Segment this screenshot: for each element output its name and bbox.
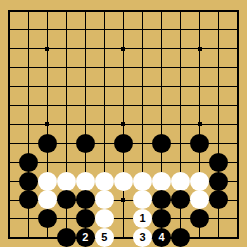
intersection-1-10 <box>19 190 38 209</box>
intersection-5-11 <box>95 209 114 228</box>
intersection-3-0[interactable] <box>57 2 76 21</box>
intersection-0-5[interactable] <box>0 96 19 115</box>
intersection-8-12: 4 <box>152 228 171 247</box>
intersection-5-1[interactable] <box>95 20 114 39</box>
stones-layer: 12534 <box>0 2 247 247</box>
black-stone <box>209 153 228 172</box>
black-stone <box>19 190 38 209</box>
intersection-1-3[interactable] <box>19 58 38 77</box>
intersection-4-3[interactable] <box>76 58 95 77</box>
intersection-10-7 <box>190 134 209 153</box>
intersection-4-12: 2 <box>76 228 95 247</box>
intersection-2-3[interactable] <box>38 58 57 77</box>
black-stone <box>76 209 95 228</box>
white-stone <box>38 172 57 191</box>
white-stone <box>152 172 171 191</box>
intersection-7-10 <box>133 190 152 209</box>
intersection-3-4[interactable] <box>57 77 76 96</box>
intersection-0-12[interactable] <box>0 228 19 247</box>
intersection-4-4[interactable] <box>76 77 95 96</box>
intersection-10-11 <box>190 209 209 228</box>
intersection-1-5[interactable] <box>19 96 38 115</box>
intersection-1-12[interactable] <box>19 228 38 247</box>
intersection-0-10[interactable] <box>0 190 19 209</box>
intersection-12-2[interactable] <box>228 39 247 58</box>
intersection-11-0[interactable] <box>209 2 228 21</box>
intersection-8-11 <box>152 209 171 228</box>
intersection-0-4[interactable] <box>0 77 19 96</box>
intersection-5-10 <box>95 190 114 209</box>
intersection-11-10 <box>209 190 228 209</box>
intersection-9-7[interactable] <box>171 134 190 153</box>
black-stone <box>57 228 76 247</box>
intersection-8-4[interactable] <box>152 77 171 96</box>
white-stone <box>114 172 133 191</box>
intersection-8-6[interactable] <box>152 115 171 134</box>
intersection-3-1[interactable] <box>57 20 76 39</box>
intersection-4-5[interactable] <box>76 96 95 115</box>
intersection-11-8 <box>209 153 228 172</box>
intersection-12-3[interactable] <box>228 58 247 77</box>
intersection-1-6[interactable] <box>19 115 38 134</box>
intersection-3-11[interactable] <box>57 209 76 228</box>
intersection-4-11 <box>76 209 95 228</box>
intersection-2-12[interactable] <box>38 228 57 247</box>
intersection-8-3[interactable] <box>152 58 171 77</box>
intersection-7-7[interactable] <box>133 134 152 153</box>
intersection-7-4[interactable] <box>133 77 152 96</box>
intersection-9-4[interactable] <box>171 77 190 96</box>
intersection-3-12 <box>57 228 76 247</box>
intersection-4-2[interactable] <box>76 39 95 58</box>
intersection-8-0[interactable] <box>152 2 171 21</box>
intersection-7-9 <box>133 172 152 191</box>
intersection-1-0[interactable] <box>19 2 38 21</box>
intersection-9-1[interactable] <box>171 20 190 39</box>
intersection-12-4[interactable] <box>228 77 247 96</box>
intersection-12-1[interactable] <box>228 20 247 39</box>
black-stone <box>152 134 171 153</box>
intersection-0-7[interactable] <box>0 134 19 153</box>
intersection-2-10 <box>38 190 57 209</box>
intersection-11-12[interactable] <box>209 228 228 247</box>
intersection-8-10 <box>152 190 171 209</box>
intersection-9-12 <box>171 228 190 247</box>
intersection-7-6[interactable] <box>133 115 152 134</box>
intersection-10-10 <box>190 190 209 209</box>
intersection-2-1[interactable] <box>38 20 57 39</box>
intersection-5-3[interactable] <box>95 58 114 77</box>
intersection-1-7[interactable] <box>19 134 38 153</box>
intersection-3-10 <box>57 190 76 209</box>
intersection-6-3[interactable] <box>114 58 133 77</box>
black-stone <box>76 190 95 209</box>
intersection-4-0[interactable] <box>76 2 95 21</box>
white-stone <box>57 172 76 191</box>
intersection-7-8[interactable] <box>133 153 152 172</box>
intersection-2-8[interactable] <box>38 153 57 172</box>
intersection-6-1[interactable] <box>114 20 133 39</box>
intersection-10-8[interactable] <box>190 153 209 172</box>
intersection-9-6[interactable] <box>171 115 190 134</box>
intersection-10-5[interactable] <box>190 96 209 115</box>
intersection-9-3[interactable] <box>171 58 190 77</box>
intersection-11-2[interactable] <box>209 39 228 58</box>
black-stone <box>209 190 228 209</box>
intersection-4-10 <box>76 190 95 209</box>
black-stone <box>76 134 95 153</box>
intersection-6-2[interactable] <box>114 39 133 58</box>
intersection-11-7[interactable] <box>209 134 228 153</box>
intersection-6-12[interactable] <box>114 228 133 247</box>
intersection-10-9 <box>190 172 209 191</box>
black-stone-move-4: 4 <box>152 228 171 247</box>
black-stone <box>190 134 209 153</box>
intersection-3-8[interactable] <box>57 153 76 172</box>
intersection-10-0[interactable] <box>190 2 209 21</box>
intersection-2-0[interactable] <box>38 2 57 21</box>
intersection-4-8[interactable] <box>76 153 95 172</box>
intersection-7-2[interactable] <box>133 39 152 58</box>
black-stone <box>152 190 171 209</box>
intersection-10-6[interactable] <box>190 115 209 134</box>
intersection-3-7[interactable] <box>57 134 76 153</box>
intersection-11-1[interactable] <box>209 20 228 39</box>
white-stone <box>38 190 57 209</box>
white-stone <box>171 172 190 191</box>
intersection-8-9 <box>152 172 171 191</box>
intersection-11-6[interactable] <box>209 115 228 134</box>
intersection-1-8 <box>19 153 38 172</box>
intersection-4-6[interactable] <box>76 115 95 134</box>
intersection-2-7 <box>38 134 57 153</box>
intersection-9-9 <box>171 172 190 191</box>
intersection-3-6[interactable] <box>57 115 76 134</box>
intersection-11-4[interactable] <box>209 77 228 96</box>
intersection-6-6[interactable] <box>114 115 133 134</box>
intersection-5-7[interactable] <box>95 134 114 153</box>
intersection-6-9 <box>114 172 133 191</box>
intersection-3-3[interactable] <box>57 58 76 77</box>
white-stone <box>190 190 209 209</box>
black-stone <box>38 209 57 228</box>
white-stone <box>95 209 114 228</box>
intersection-9-5[interactable] <box>171 96 190 115</box>
intersection-12-8[interactable] <box>228 153 247 172</box>
intersection-6-7 <box>114 134 133 153</box>
intersection-9-10 <box>171 190 190 209</box>
intersection-0-3[interactable] <box>0 58 19 77</box>
intersection-7-12: 3 <box>133 228 152 247</box>
intersection-9-0[interactable] <box>171 2 190 21</box>
intersection-0-0[interactable] <box>0 2 19 21</box>
intersection-8-2[interactable] <box>152 39 171 58</box>
black-stone <box>38 134 57 153</box>
intersection-5-6[interactable] <box>95 115 114 134</box>
intersection-10-12[interactable] <box>190 228 209 247</box>
intersection-7-0[interactable] <box>133 2 152 21</box>
intersection-4-9 <box>76 172 95 191</box>
intersection-2-9 <box>38 172 57 191</box>
intersection-1-11[interactable] <box>19 209 38 228</box>
intersection-12-11[interactable] <box>228 209 247 228</box>
black-stone <box>19 153 38 172</box>
intersection-7-5[interactable] <box>133 96 152 115</box>
intersection-9-11[interactable] <box>171 209 190 228</box>
intersection-7-3[interactable] <box>133 58 152 77</box>
intersection-0-6[interactable] <box>0 115 19 134</box>
intersection-5-9 <box>95 172 114 191</box>
black-stone <box>57 190 76 209</box>
intersection-6-8[interactable] <box>114 153 133 172</box>
intersection-11-11[interactable] <box>209 209 228 228</box>
intersection-12-5[interactable] <box>228 96 247 115</box>
intersection-9-8[interactable] <box>171 153 190 172</box>
intersection-10-3[interactable] <box>190 58 209 77</box>
intersection-5-2[interactable] <box>95 39 114 58</box>
intersection-12-9[interactable] <box>228 172 247 191</box>
intersection-10-1[interactable] <box>190 20 209 39</box>
intersection-0-11[interactable] <box>0 209 19 228</box>
intersection-2-5[interactable] <box>38 96 57 115</box>
intersection-12-12[interactable] <box>228 228 247 247</box>
intersection-3-2[interactable] <box>57 39 76 58</box>
intersection-12-10[interactable] <box>228 190 247 209</box>
intersection-5-4[interactable] <box>95 77 114 96</box>
white-stone <box>133 190 152 209</box>
intersection-5-0[interactable] <box>95 2 114 21</box>
black-stone <box>152 209 171 228</box>
intersection-1-4[interactable] <box>19 77 38 96</box>
intersection-5-12: 5 <box>95 228 114 247</box>
intersection-12-0[interactable] <box>228 2 247 21</box>
intersection-6-11[interactable] <box>114 209 133 228</box>
white-stone-move-1: 1 <box>133 209 152 228</box>
intersection-11-9 <box>209 172 228 191</box>
black-stone <box>114 134 133 153</box>
intersection-10-2[interactable] <box>190 39 209 58</box>
intersection-12-6[interactable] <box>228 115 247 134</box>
white-stone <box>95 172 114 191</box>
intersection-2-6[interactable] <box>38 115 57 134</box>
intersection-6-4[interactable] <box>114 77 133 96</box>
intersection-12-7[interactable] <box>228 134 247 153</box>
intersection-8-5[interactable] <box>152 96 171 115</box>
intersection-0-8[interactable] <box>0 153 19 172</box>
intersection-5-8[interactable] <box>95 153 114 172</box>
black-stone <box>171 190 190 209</box>
black-stone-move-2: 2 <box>76 228 95 247</box>
intersection-1-9 <box>19 172 38 191</box>
intersection-5-5[interactable] <box>95 96 114 115</box>
intersection-6-5[interactable] <box>114 96 133 115</box>
black-stone <box>171 228 190 247</box>
intersection-11-3[interactable] <box>209 58 228 77</box>
white-stone <box>95 190 114 209</box>
intersection-4-1[interactable] <box>76 20 95 39</box>
white-stone-move-5: 5 <box>95 228 114 247</box>
intersection-11-5[interactable] <box>209 96 228 115</box>
intersection-6-0[interactable] <box>114 2 133 21</box>
white-stone <box>133 172 152 191</box>
intersection-2-2[interactable] <box>38 39 57 58</box>
intersection-0-9[interactable] <box>0 172 19 191</box>
intersection-2-4[interactable] <box>38 77 57 96</box>
intersection-1-2[interactable] <box>19 39 38 58</box>
intersection-8-1[interactable] <box>152 20 171 39</box>
intersection-3-9 <box>57 172 76 191</box>
intersection-8-8[interactable] <box>152 153 171 172</box>
intersection-4-7 <box>76 134 95 153</box>
white-stone <box>190 172 209 191</box>
intersection-6-10[interactable] <box>114 190 133 209</box>
white-stone-move-3: 3 <box>133 228 152 247</box>
intersection-1-1[interactable] <box>19 20 38 39</box>
black-stone <box>190 209 209 228</box>
intersection-10-4[interactable] <box>190 77 209 96</box>
intersection-2-11 <box>38 209 57 228</box>
intersection-3-5[interactable] <box>57 96 76 115</box>
intersection-9-2[interactable] <box>171 39 190 58</box>
white-stone <box>76 172 95 191</box>
black-stone <box>209 172 228 191</box>
black-stone <box>19 172 38 191</box>
intersection-0-2[interactable] <box>0 39 19 58</box>
intersection-8-7 <box>152 134 171 153</box>
intersection-0-1[interactable] <box>0 20 19 39</box>
intersection-7-1[interactable] <box>133 20 152 39</box>
intersection-7-11: 1 <box>133 209 152 228</box>
go-board[interactable]: 12534 <box>0 0 247 247</box>
